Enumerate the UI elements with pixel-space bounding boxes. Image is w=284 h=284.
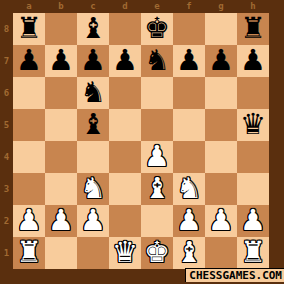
square-a3 xyxy=(13,173,45,205)
square-c2: ♟ xyxy=(77,205,109,237)
black-knight-piece: ♞ xyxy=(80,78,106,107)
white-rook-piece: ♜ xyxy=(240,238,266,267)
board: ♜♝♚♜♟♟♟♟♞♟♟♟♞♝♛♟♞♝♞♟♟♟♟♟♟♜♛♚♝♜ xyxy=(13,13,269,269)
file-labels: abcdefgh xyxy=(13,0,269,13)
square-f7: ♟ xyxy=(173,45,205,77)
black-queen-piece: ♛ xyxy=(240,110,266,139)
file-label-d: d xyxy=(109,0,141,13)
square-d7: ♟ xyxy=(109,45,141,77)
chess-diagram[interactable]: abcdefgh 87654321 ♜♝♚♜♟♟♟♟♞♟♟♟♞♝♛♟♞♝♞♟♟♟… xyxy=(0,0,284,284)
file-label-f: f xyxy=(173,0,205,13)
square-e4: ♟ xyxy=(141,141,173,173)
square-f2: ♟ xyxy=(173,205,205,237)
file-label-g: g xyxy=(205,0,237,13)
black-pawn-piece: ♟ xyxy=(112,46,138,75)
square-b7: ♟ xyxy=(45,45,77,77)
square-d8 xyxy=(109,13,141,45)
white-knight-piece: ♞ xyxy=(176,174,202,203)
square-e8: ♚ xyxy=(141,13,173,45)
black-pawn-piece: ♟ xyxy=(176,46,202,75)
rank-label-4: 4 xyxy=(0,141,13,173)
square-g6 xyxy=(205,77,237,109)
rank-label-1: 1 xyxy=(0,237,13,269)
white-king-piece: ♚ xyxy=(144,238,170,267)
black-rook-piece: ♜ xyxy=(240,14,266,43)
white-pawn-piece: ♟ xyxy=(48,206,74,235)
black-king-piece: ♚ xyxy=(144,14,170,43)
square-h7: ♟ xyxy=(237,45,269,77)
square-f8 xyxy=(173,13,205,45)
square-c7: ♟ xyxy=(77,45,109,77)
square-c8: ♝ xyxy=(77,13,109,45)
white-pawn-piece: ♟ xyxy=(208,206,234,235)
square-e5 xyxy=(141,109,173,141)
white-pawn-piece: ♟ xyxy=(144,142,170,171)
square-a6 xyxy=(13,77,45,109)
black-pawn-piece: ♟ xyxy=(48,46,74,75)
rank-label-6: 6 xyxy=(0,77,13,109)
white-pawn-piece: ♟ xyxy=(80,206,106,235)
square-d1: ♛ xyxy=(109,237,141,269)
white-queen-piece: ♛ xyxy=(112,238,138,267)
black-pawn-piece: ♟ xyxy=(208,46,234,75)
square-g1 xyxy=(205,237,237,269)
square-g8 xyxy=(205,13,237,45)
square-d3 xyxy=(109,173,141,205)
square-b5 xyxy=(45,109,77,141)
square-b8 xyxy=(45,13,77,45)
square-a1: ♜ xyxy=(13,237,45,269)
square-h1: ♜ xyxy=(237,237,269,269)
white-bishop-piece: ♝ xyxy=(144,174,170,203)
square-h5: ♛ xyxy=(237,109,269,141)
square-f5 xyxy=(173,109,205,141)
square-f3: ♞ xyxy=(173,173,205,205)
square-b1 xyxy=(45,237,77,269)
square-b4 xyxy=(45,141,77,173)
square-h3 xyxy=(237,173,269,205)
square-d5 xyxy=(109,109,141,141)
square-e2 xyxy=(141,205,173,237)
square-g3 xyxy=(205,173,237,205)
white-pawn-piece: ♟ xyxy=(16,206,42,235)
white-knight-piece: ♞ xyxy=(80,174,106,203)
square-g2: ♟ xyxy=(205,205,237,237)
square-a5 xyxy=(13,109,45,141)
square-c3: ♞ xyxy=(77,173,109,205)
square-c4 xyxy=(77,141,109,173)
square-b2: ♟ xyxy=(45,205,77,237)
square-g5 xyxy=(205,109,237,141)
square-b3 xyxy=(45,173,77,205)
black-pawn-piece: ♟ xyxy=(80,46,106,75)
square-f1: ♝ xyxy=(173,237,205,269)
file-label-b: b xyxy=(45,0,77,13)
square-f4 xyxy=(173,141,205,173)
square-c1 xyxy=(77,237,109,269)
square-a4 xyxy=(13,141,45,173)
black-pawn-piece: ♟ xyxy=(16,46,42,75)
square-h4 xyxy=(237,141,269,173)
square-f6 xyxy=(173,77,205,109)
rank-label-2: 2 xyxy=(0,205,13,237)
black-bishop-piece: ♝ xyxy=(80,14,106,43)
square-e1: ♚ xyxy=(141,237,173,269)
square-b6 xyxy=(45,77,77,109)
rank-label-8: 8 xyxy=(0,13,13,45)
square-d6 xyxy=(109,77,141,109)
square-a7: ♟ xyxy=(13,45,45,77)
square-c5: ♝ xyxy=(77,109,109,141)
square-g7: ♟ xyxy=(205,45,237,77)
square-d4 xyxy=(109,141,141,173)
rank-label-3: 3 xyxy=(0,173,13,205)
black-knight-piece: ♞ xyxy=(144,46,170,75)
square-a8: ♜ xyxy=(13,13,45,45)
white-bishop-piece: ♝ xyxy=(176,238,202,267)
square-h2: ♟ xyxy=(237,205,269,237)
rank-labels: 87654321 xyxy=(0,13,13,269)
black-rook-piece: ♜ xyxy=(16,14,42,43)
square-g4 xyxy=(205,141,237,173)
square-a2: ♟ xyxy=(13,205,45,237)
square-h6 xyxy=(237,77,269,109)
square-e7: ♞ xyxy=(141,45,173,77)
black-bishop-piece: ♝ xyxy=(80,110,106,139)
square-e3: ♝ xyxy=(141,173,173,205)
square-d2 xyxy=(109,205,141,237)
square-h8: ♜ xyxy=(237,13,269,45)
white-pawn-piece: ♟ xyxy=(240,206,266,235)
square-e6 xyxy=(141,77,173,109)
black-pawn-piece: ♟ xyxy=(240,46,266,75)
square-c6: ♞ xyxy=(77,77,109,109)
chessgames-watermark: CHESSGAMES.COM xyxy=(185,268,284,282)
white-rook-piece: ♜ xyxy=(16,238,42,267)
white-pawn-piece: ♟ xyxy=(176,206,202,235)
rank-label-5: 5 xyxy=(0,109,13,141)
rank-label-7: 7 xyxy=(0,45,13,77)
